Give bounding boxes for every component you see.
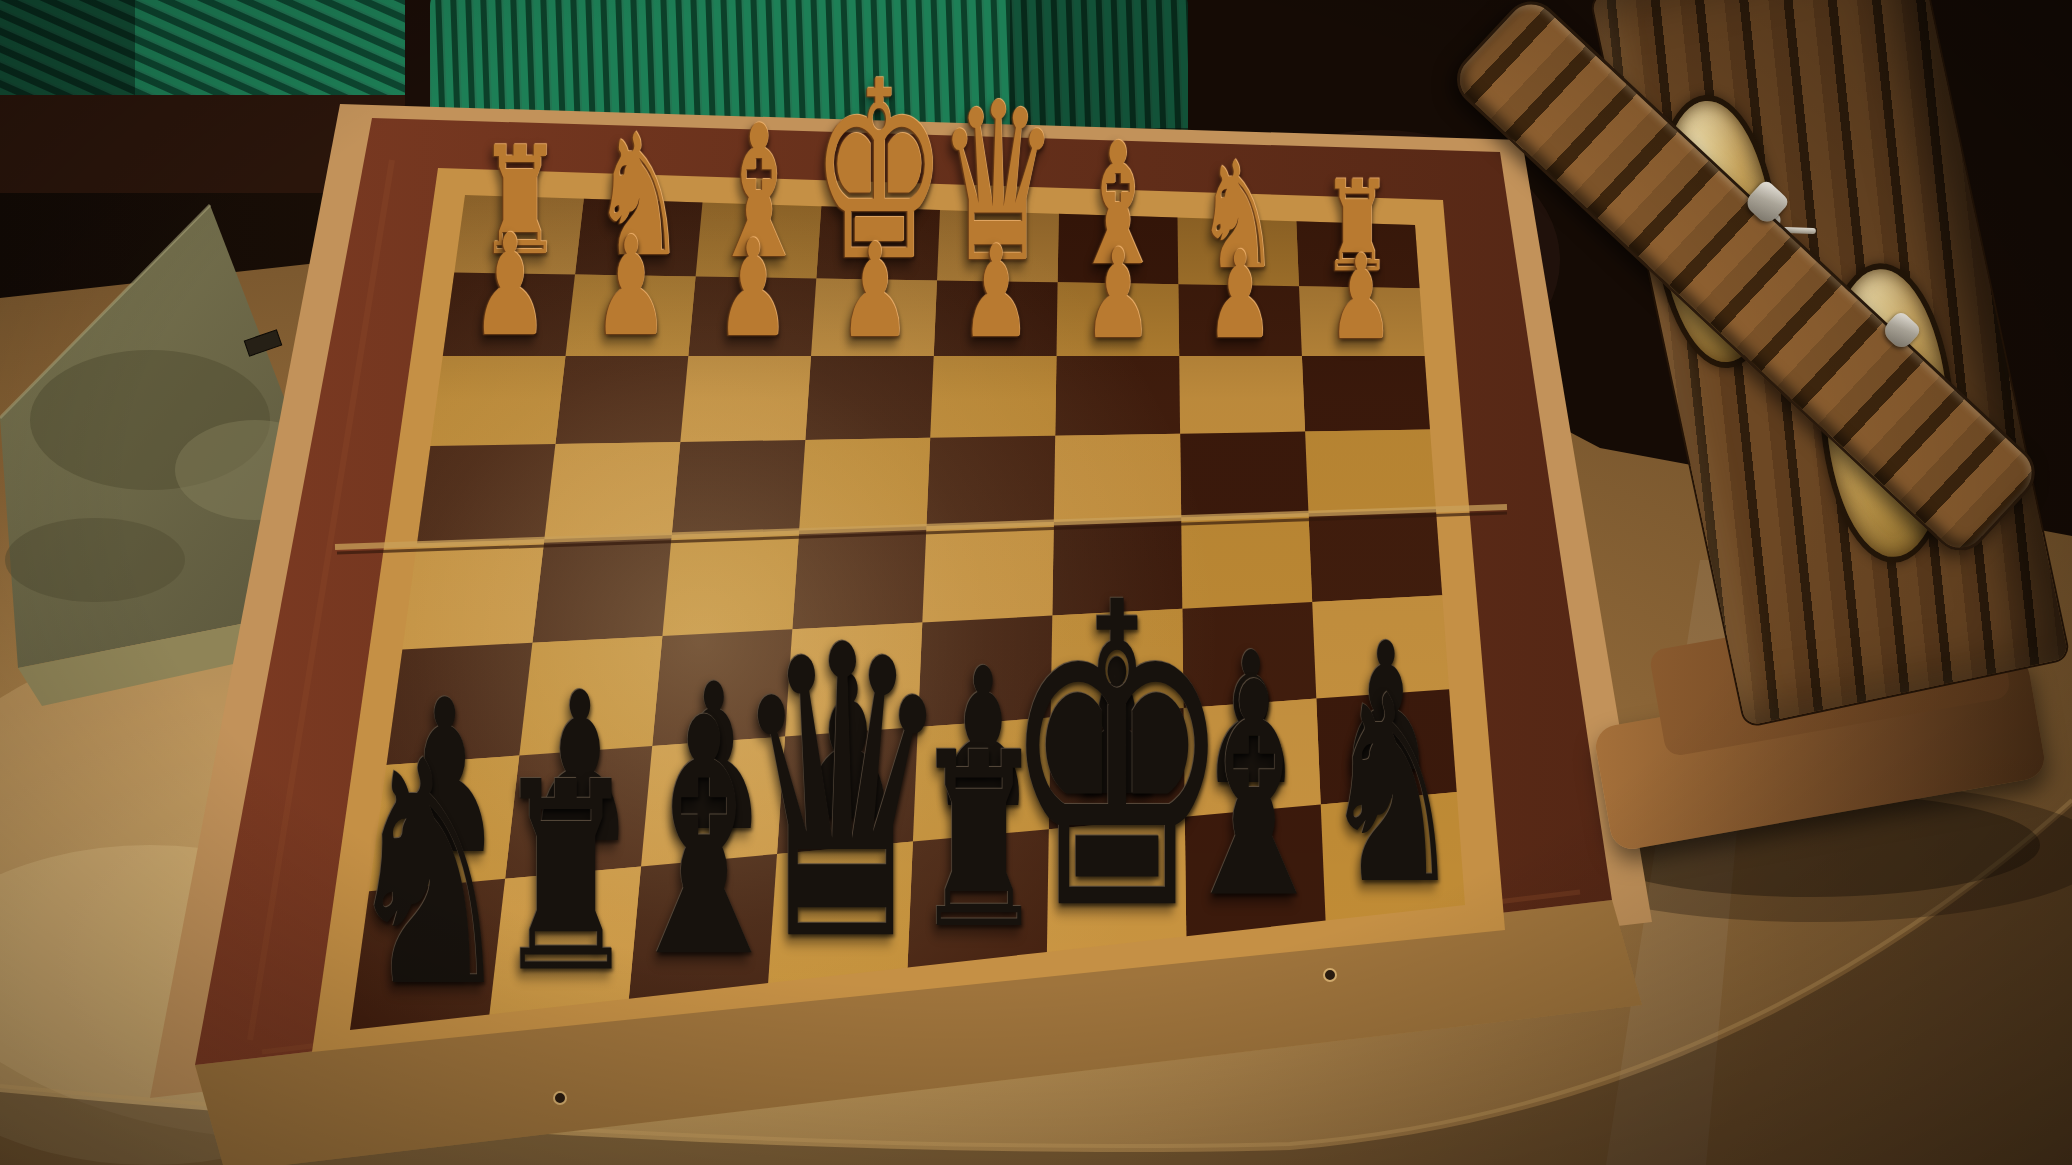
board-sheen	[350, 195, 1465, 1030]
screw	[1324, 969, 1336, 981]
box-wear	[5, 518, 185, 602]
photo-scene: ♜♞♝♛♚♝♞♜♟♟♟♟♟♟♟♟♟♟♟♟♟♟♟♟♞♝♚♜♛♝♜♞ nbkrqbr…	[0, 0, 2072, 1165]
screw	[554, 1092, 566, 1104]
chess-clock	[1540, 0, 2072, 920]
chess-board	[150, 104, 1652, 1165]
